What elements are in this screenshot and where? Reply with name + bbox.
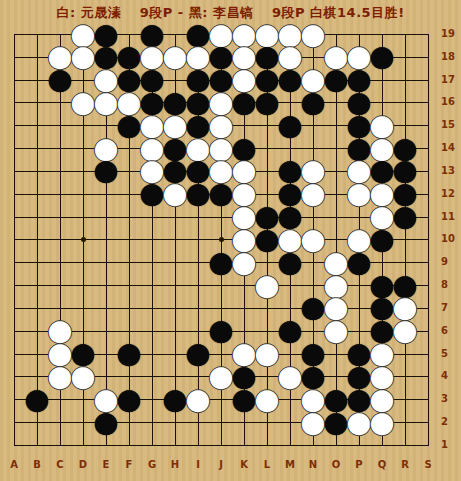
coord-letter-C: C xyxy=(49,459,72,472)
coord-number-10: 10 xyxy=(441,233,461,246)
coord-letter-O: O xyxy=(325,459,348,472)
go-board[interactable]: ●●●●●●●●●●●●●●●●●●●●●●●●●●●●●●●●●●●●●●●●… xyxy=(0,0,461,461)
coord-number-7: 7 xyxy=(441,302,461,315)
coord-number-17: 17 xyxy=(441,74,461,87)
grid-line-vertical xyxy=(244,34,245,446)
coord-number-13: 13 xyxy=(441,165,461,178)
coord-letter-Q: Q xyxy=(371,459,394,472)
coord-letter-F: F xyxy=(118,459,141,472)
coord-number-5: 5 xyxy=(441,348,461,361)
coord-number-16: 16 xyxy=(441,96,461,109)
coord-letter-I: I xyxy=(187,459,210,472)
grid-line-vertical xyxy=(428,34,429,446)
coord-number-18: 18 xyxy=(441,51,461,64)
go-game-screenshot: 白: 元晟溱 9段P - 黑: 李昌镐 9段P 白棋14.5目胜! ●●●●●●… xyxy=(0,0,461,481)
coord-letter-D: D xyxy=(72,459,95,472)
grid-line-horizontal xyxy=(14,262,429,263)
coord-number-12: 12 xyxy=(441,188,461,201)
coord-letter-S: S xyxy=(417,459,440,472)
grid-line-horizontal xyxy=(14,285,429,286)
coord-letter-K: K xyxy=(233,459,256,472)
star-point xyxy=(219,100,224,105)
grid-line-horizontal xyxy=(14,331,429,332)
coord-number-3: 3 xyxy=(441,393,461,406)
coord-number-8: 8 xyxy=(441,279,461,292)
coord-number-4: 4 xyxy=(441,370,461,383)
coord-letter-N: N xyxy=(302,459,325,472)
grid-line-vertical xyxy=(382,34,383,446)
grid-line-horizontal xyxy=(14,445,429,446)
coord-letter-R: R xyxy=(394,459,417,472)
star-point xyxy=(81,374,86,379)
coord-number-6: 6 xyxy=(441,325,461,338)
grid-line-vertical xyxy=(267,34,268,446)
star-point xyxy=(81,237,86,242)
grid-line-vertical xyxy=(313,34,314,446)
star-point xyxy=(357,374,362,379)
star-point xyxy=(219,237,224,242)
grid-line-horizontal xyxy=(14,422,429,423)
coord-letter-J: J xyxy=(210,459,233,472)
coord-letter-H: H xyxy=(164,459,187,472)
grid-line-horizontal xyxy=(14,354,429,355)
star-point xyxy=(357,100,362,105)
grid-line-vertical xyxy=(405,34,406,446)
coord-number-9: 9 xyxy=(441,256,461,269)
coord-letter-B: B xyxy=(26,459,49,472)
coord-letter-L: L xyxy=(256,459,279,472)
coord-number-2: 2 xyxy=(441,416,461,429)
coord-letter-G: G xyxy=(141,459,164,472)
coord-number-15: 15 xyxy=(441,119,461,132)
grid-line-vertical xyxy=(290,34,291,446)
grid-line-horizontal xyxy=(14,308,429,309)
coord-number-19: 19 xyxy=(441,28,461,41)
coord-number-1: 1 xyxy=(441,439,461,452)
coord-letter-P: P xyxy=(348,459,371,472)
grid-line-vertical xyxy=(336,34,337,446)
coord-letter-A: A xyxy=(3,459,26,472)
coord-number-14: 14 xyxy=(441,142,461,155)
coord-number-11: 11 xyxy=(441,211,461,224)
coord-letter-M: M xyxy=(279,459,302,472)
coord-letter-E: E xyxy=(95,459,118,472)
star-point xyxy=(357,237,362,242)
star-point xyxy=(81,100,86,105)
star-point xyxy=(219,374,224,379)
grid-line-horizontal xyxy=(14,399,429,400)
